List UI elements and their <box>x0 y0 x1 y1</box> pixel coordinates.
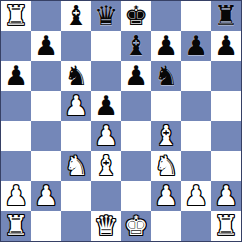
square-a4[interactable] <box>1 121 31 151</box>
piece-black-pawn[interactable]: ♟ <box>94 91 118 121</box>
piece-white-pawn[interactable]: ♟ <box>214 181 238 211</box>
square-f8[interactable] <box>151 1 181 31</box>
square-f2[interactable]: ♟ <box>151 181 181 211</box>
square-f4[interactable]: ♝ <box>151 121 181 151</box>
piece-black-knight[interactable]: ♞ <box>154 61 178 91</box>
piece-black-bishop[interactable]: ♝ <box>124 31 148 61</box>
square-d2[interactable] <box>91 181 121 211</box>
square-e3[interactable] <box>121 151 151 181</box>
piece-white-pawn[interactable]: ♟ <box>4 181 28 211</box>
square-d1[interactable]: ♛ <box>91 211 121 241</box>
piece-black-pawn[interactable]: ♟ <box>154 31 178 61</box>
piece-white-rook[interactable]: ♜ <box>214 211 238 241</box>
piece-black-pawn[interactable]: ♟ <box>4 61 28 91</box>
square-h8[interactable]: ♜ <box>211 1 241 31</box>
piece-white-bishop[interactable]: ♝ <box>94 151 118 181</box>
square-d5[interactable]: ♟ <box>91 91 121 121</box>
square-g5[interactable] <box>181 91 211 121</box>
piece-white-knight[interactable]: ♞ <box>64 151 88 181</box>
square-b2[interactable]: ♟ <box>31 181 61 211</box>
square-g2[interactable]: ♟ <box>181 181 211 211</box>
piece-white-pawn[interactable]: ♟ <box>64 91 88 121</box>
square-e7[interactable]: ♝ <box>121 31 151 61</box>
square-b4[interactable] <box>31 121 61 151</box>
square-b1[interactable] <box>31 211 61 241</box>
square-c7[interactable] <box>61 31 91 61</box>
square-f1[interactable] <box>151 211 181 241</box>
square-a1[interactable]: ♜ <box>1 211 31 241</box>
square-e5[interactable] <box>121 91 151 121</box>
piece-black-knight[interactable]: ♞ <box>64 61 88 91</box>
piece-white-pawn[interactable]: ♟ <box>94 121 118 151</box>
square-h3[interactable] <box>211 151 241 181</box>
square-e2[interactable] <box>121 181 151 211</box>
square-b5[interactable] <box>31 91 61 121</box>
square-c3[interactable]: ♞ <box>61 151 91 181</box>
square-a2[interactable]: ♟ <box>1 181 31 211</box>
square-h4[interactable] <box>211 121 241 151</box>
piece-black-queen[interactable]: ♛ <box>94 1 118 31</box>
square-a3[interactable] <box>1 151 31 181</box>
square-b6[interactable] <box>31 61 61 91</box>
square-a5[interactable] <box>1 91 31 121</box>
piece-black-pawn[interactable]: ♟ <box>34 31 58 61</box>
piece-white-rook[interactable]: ♜ <box>4 1 28 31</box>
piece-white-bishop[interactable]: ♝ <box>154 121 178 151</box>
square-h6[interactable] <box>211 61 241 91</box>
square-d4[interactable]: ♟ <box>91 121 121 151</box>
piece-black-bishop[interactable]: ♝ <box>64 1 88 31</box>
piece-white-knight[interactable]: ♞ <box>154 151 178 181</box>
square-d3[interactable]: ♝ <box>91 151 121 181</box>
square-g4[interactable] <box>181 121 211 151</box>
square-a6[interactable]: ♟ <box>1 61 31 91</box>
square-b3[interactable] <box>31 151 61 181</box>
square-a8[interactable]: ♜ <box>1 1 31 31</box>
square-f7[interactable]: ♟ <box>151 31 181 61</box>
square-e4[interactable] <box>121 121 151 151</box>
chess-board: ♜♝♛♚♜♟♝♟♟♟♟♞♟♞♟♟♟♝♞♝♞♟♟♟♟♟♜♛♚♜ <box>1 1 241 241</box>
square-g6[interactable] <box>181 61 211 91</box>
piece-white-queen[interactable]: ♛ <box>94 211 118 241</box>
square-e1[interactable]: ♚ <box>121 211 151 241</box>
square-c4[interactable] <box>61 121 91 151</box>
square-d6[interactable] <box>91 61 121 91</box>
square-c5[interactable]: ♟ <box>61 91 91 121</box>
square-e6[interactable]: ♟ <box>121 61 151 91</box>
square-h5[interactable] <box>211 91 241 121</box>
square-c6[interactable]: ♞ <box>61 61 91 91</box>
square-h2[interactable]: ♟ <box>211 181 241 211</box>
piece-white-king[interactable]: ♚ <box>124 211 148 241</box>
square-a7[interactable] <box>1 31 31 61</box>
square-c8[interactable]: ♝ <box>61 1 91 31</box>
piece-white-pawn[interactable]: ♟ <box>34 181 58 211</box>
square-g8[interactable] <box>181 1 211 31</box>
square-f3[interactable]: ♞ <box>151 151 181 181</box>
square-h1[interactable]: ♜ <box>211 211 241 241</box>
square-g7[interactable]: ♟ <box>181 31 211 61</box>
square-g1[interactable] <box>181 211 211 241</box>
square-d8[interactable]: ♛ <box>91 1 121 31</box>
square-c1[interactable] <box>61 211 91 241</box>
square-b7[interactable]: ♟ <box>31 31 61 61</box>
piece-white-rook[interactable]: ♜ <box>4 211 28 241</box>
piece-black-pawn[interactable]: ♟ <box>124 61 148 91</box>
piece-black-pawn[interactable]: ♟ <box>184 31 208 61</box>
square-c2[interactable] <box>61 181 91 211</box>
square-f5[interactable] <box>151 91 181 121</box>
square-f6[interactable]: ♞ <box>151 61 181 91</box>
square-b8[interactable] <box>31 1 61 31</box>
piece-black-rook[interactable]: ♜ <box>214 1 238 31</box>
piece-white-pawn[interactable]: ♟ <box>184 181 208 211</box>
piece-white-pawn[interactable]: ♟ <box>154 181 178 211</box>
piece-black-pawn[interactable]: ♟ <box>214 31 238 61</box>
square-h7[interactable]: ♟ <box>211 31 241 61</box>
square-g3[interactable] <box>181 151 211 181</box>
square-d7[interactable] <box>91 31 121 61</box>
square-e8[interactable]: ♚ <box>121 1 151 31</box>
chess-board-frame: ♜♝♛♚♜♟♝♟♟♟♟♞♟♞♟♟♟♝♞♝♞♟♟♟♟♟♜♛♚♜ <box>0 0 242 242</box>
piece-black-king[interactable]: ♚ <box>124 1 148 31</box>
